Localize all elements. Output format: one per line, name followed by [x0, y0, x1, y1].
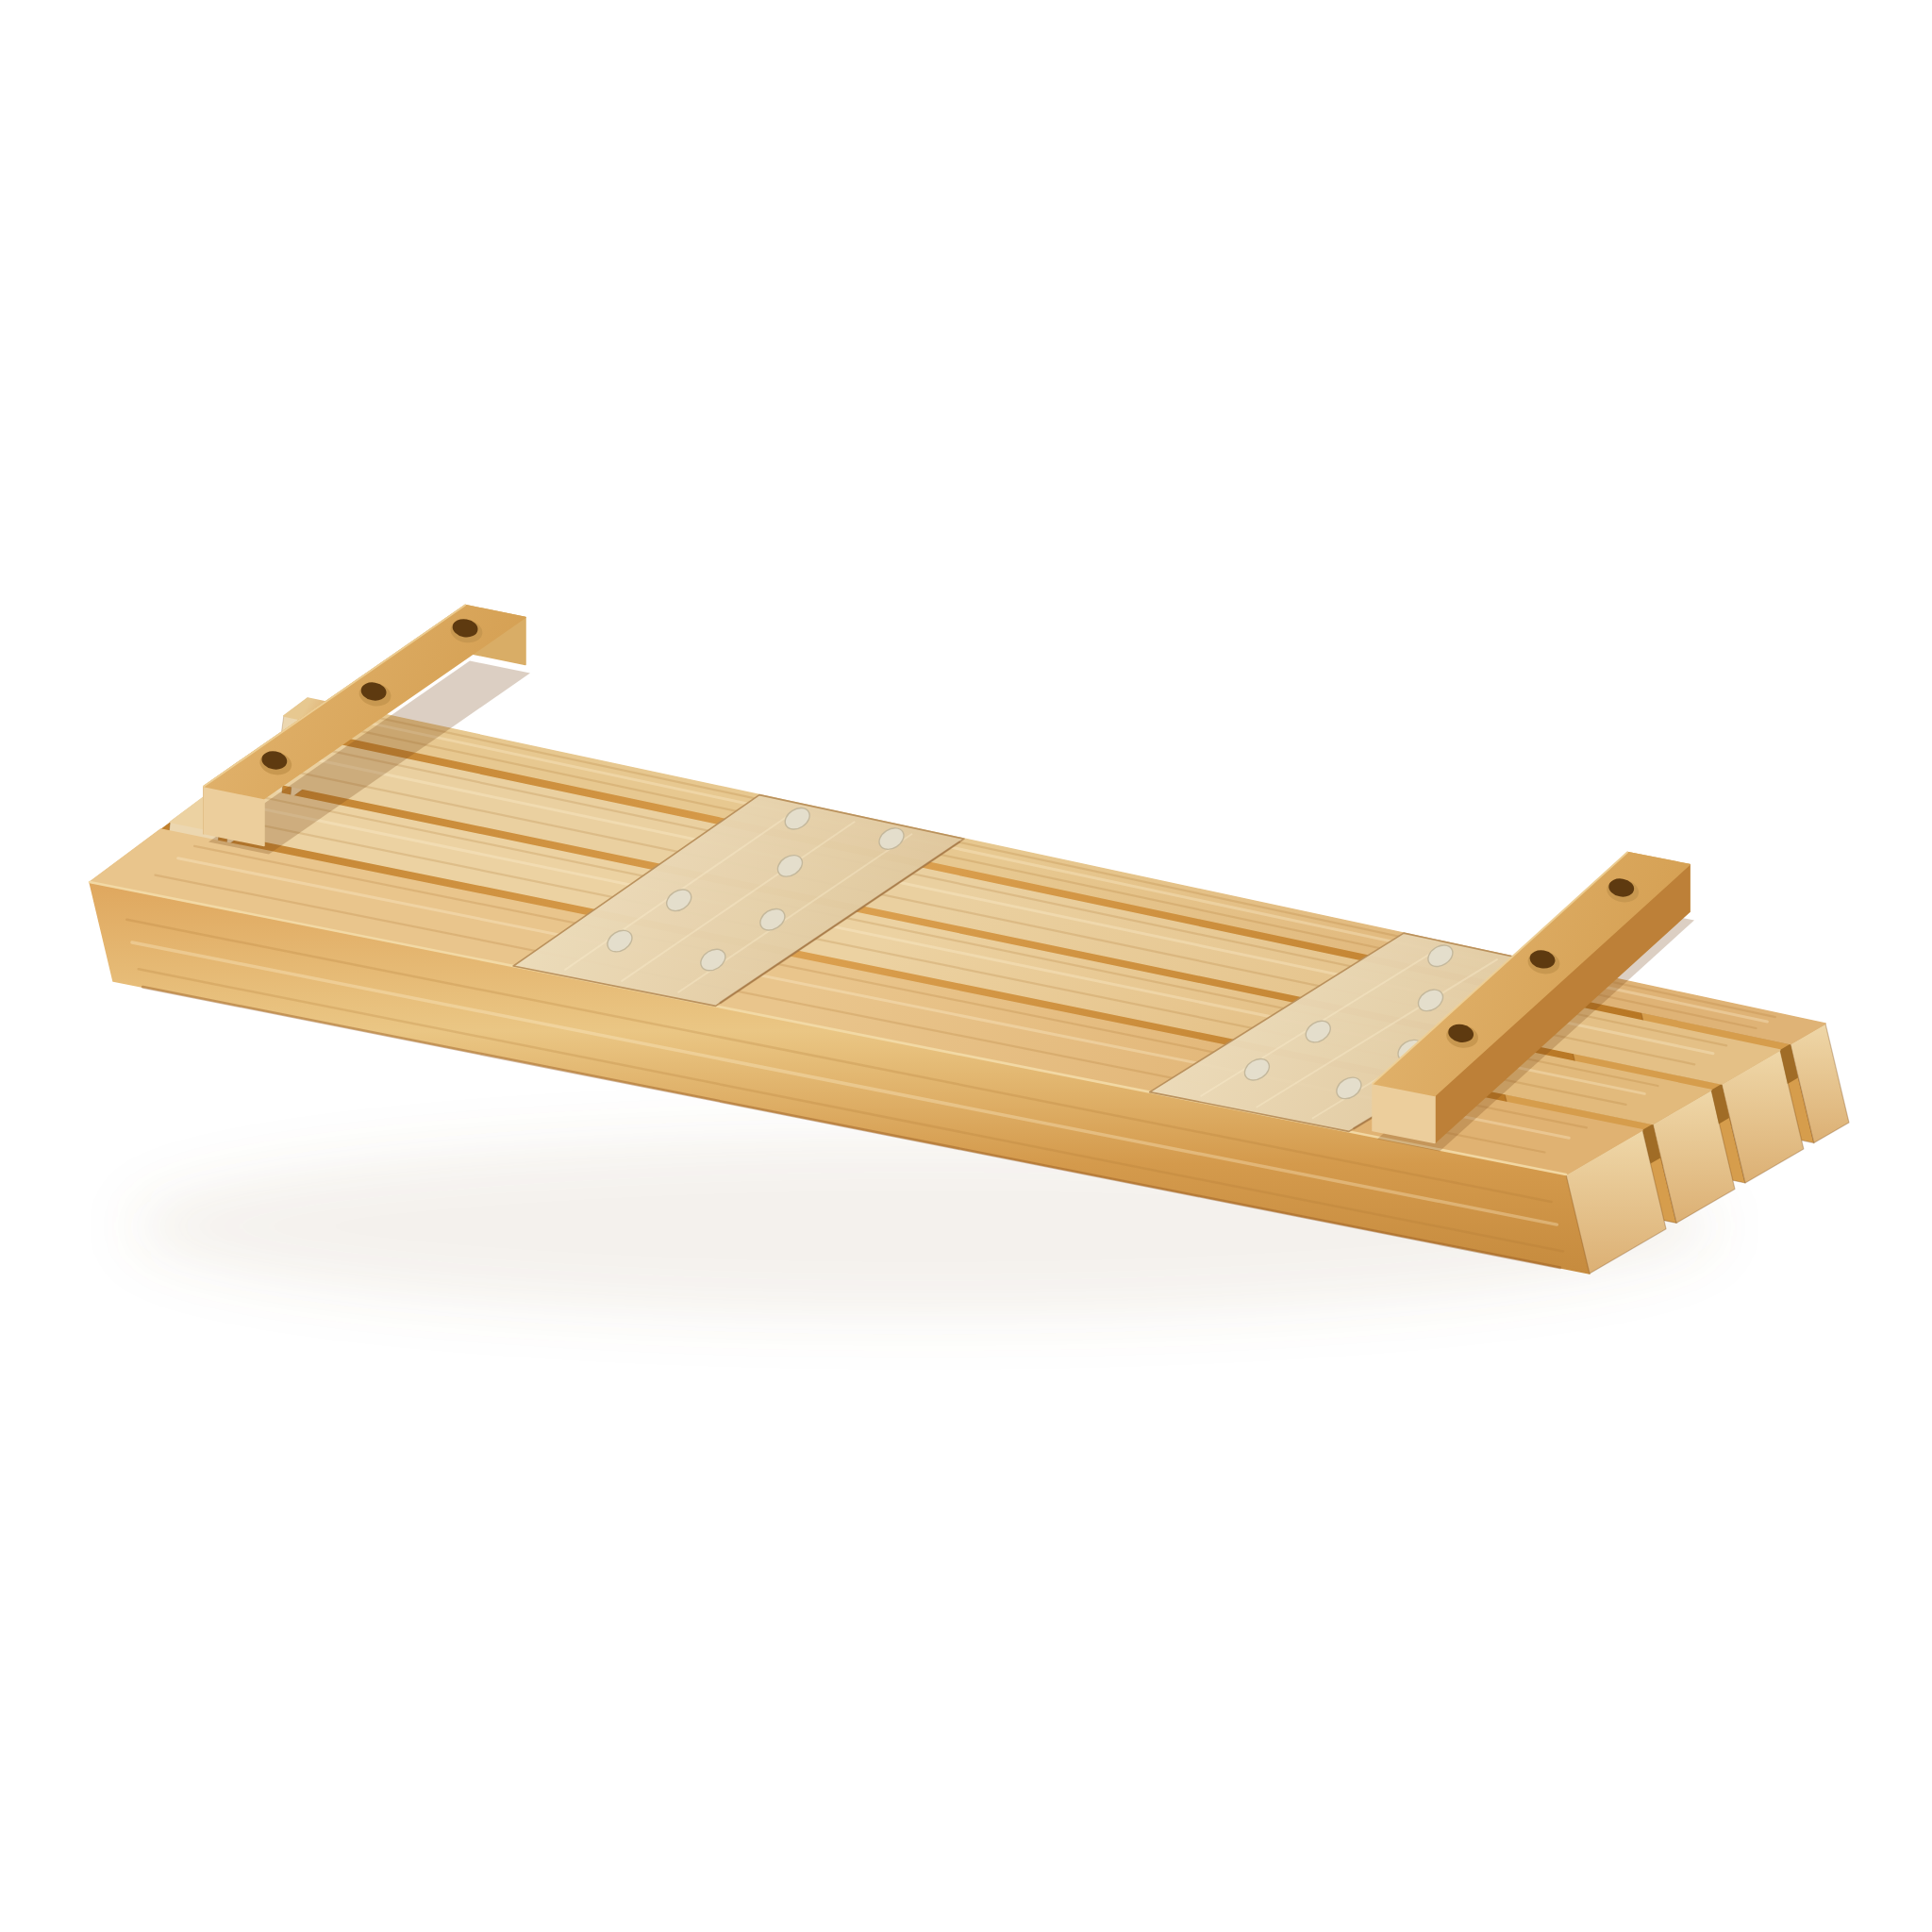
product-photo-canvas	[0, 0, 1932, 1932]
teak-bench-seat-illustration	[0, 0, 1932, 1932]
